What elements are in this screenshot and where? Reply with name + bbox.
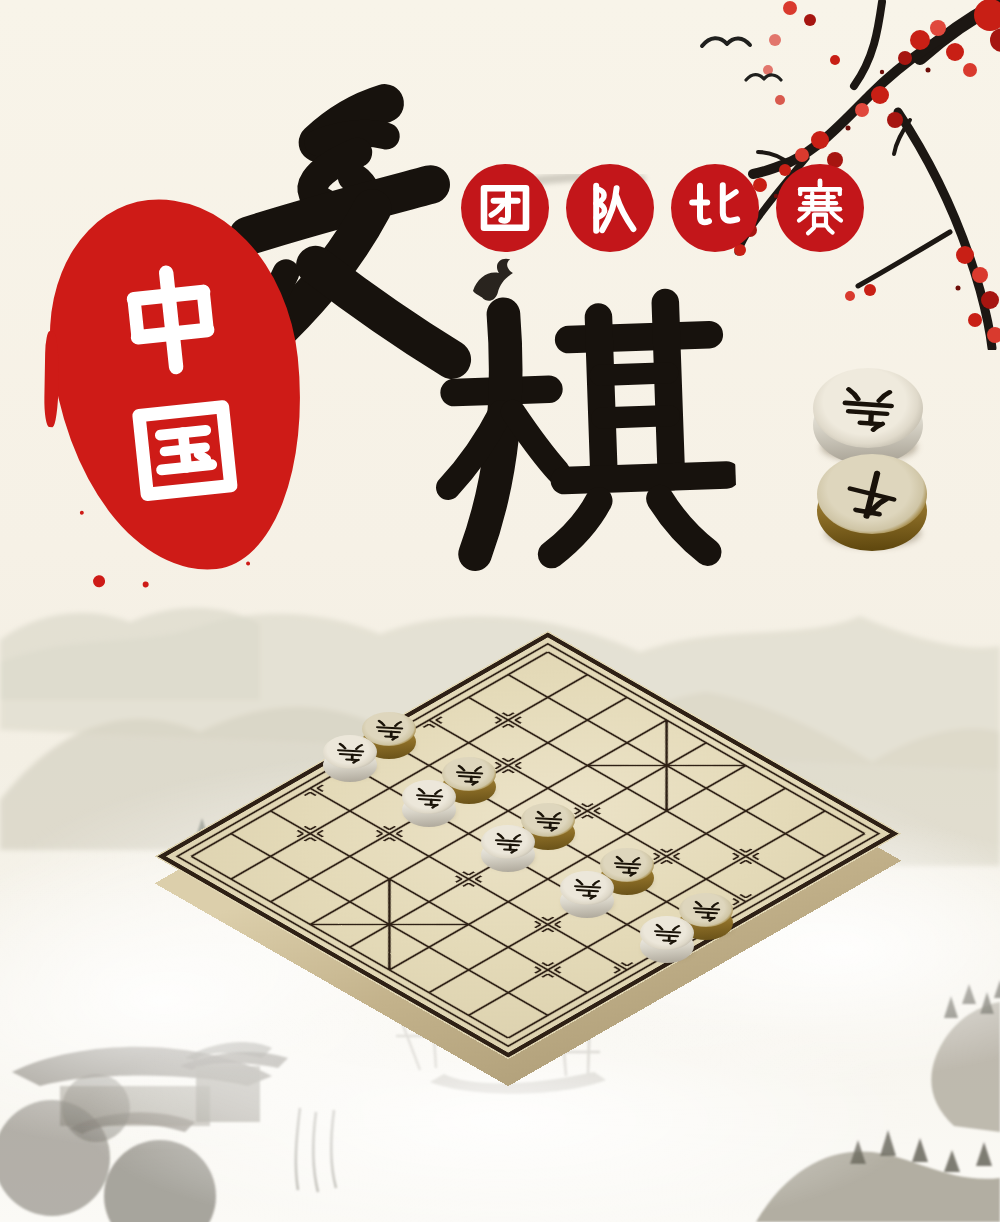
char-车-glyph — [836, 462, 908, 526]
char-赛-glyph — [790, 178, 850, 238]
ink-bird-icon — [463, 255, 521, 310]
poster-root: 象棋 中国 团队比赛 — [0, 0, 1000, 1222]
badge-赛 — [776, 164, 864, 252]
char-中-glyph — [105, 253, 237, 385]
char-队-glyph — [580, 178, 640, 238]
piece-face — [817, 454, 927, 534]
badge-团 — [461, 164, 549, 252]
badge-比 — [671, 164, 759, 252]
badge-队 — [566, 164, 654, 252]
char-兵-glyph — [835, 380, 900, 435]
char-团-glyph — [475, 178, 535, 238]
seal-char-中 — [105, 253, 237, 385]
seal-char-国 — [118, 385, 250, 517]
piece-face — [813, 368, 923, 448]
showcase-piece-chariot — [817, 454, 927, 558]
char-比-glyph — [685, 178, 745, 238]
char-国-glyph — [118, 385, 250, 517]
bird-icons — [702, 38, 781, 80]
